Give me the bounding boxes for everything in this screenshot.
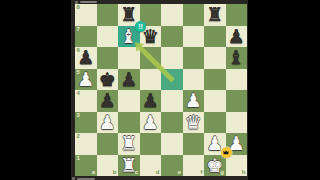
square-d3[interactable]: ♟ xyxy=(140,112,162,134)
square-f3[interactable]: ♛ xyxy=(183,112,205,134)
white-pawn[interactable]: ♟ xyxy=(75,69,97,91)
square-c6[interactable] xyxy=(118,47,140,69)
square-g3[interactable] xyxy=(204,112,226,134)
square-d2[interactable] xyxy=(140,133,162,155)
square-b1[interactable]: b xyxy=(97,155,119,177)
white-pawn[interactable]: ♟ xyxy=(97,112,119,134)
square-b5[interactable]: ♚ xyxy=(97,69,119,91)
square-h3[interactable] xyxy=(226,112,248,134)
crown-icon xyxy=(223,150,230,156)
file-label-a: a xyxy=(92,169,95,176)
square-e2[interactable] xyxy=(161,133,183,155)
square-b6[interactable] xyxy=(97,47,119,69)
bottom-player-bar[interactable] xyxy=(71,176,248,180)
black-bishop[interactable]: ♝ xyxy=(226,47,248,69)
square-e6[interactable] xyxy=(161,47,183,69)
square-a7[interactable]: 7 xyxy=(75,26,97,48)
rank-label-4: 4 xyxy=(77,90,80,97)
square-a6[interactable]: 6♟ xyxy=(75,47,97,69)
square-b3[interactable]: ♟ xyxy=(97,112,119,134)
rank-label-7: 7 xyxy=(77,26,80,33)
square-b7[interactable] xyxy=(97,26,119,48)
square-h5[interactable] xyxy=(226,69,248,91)
bottom-player-avatar[interactable] xyxy=(72,177,75,180)
square-a5[interactable]: 5♟ xyxy=(75,69,97,91)
square-d4[interactable]: ♟ xyxy=(140,90,162,112)
black-pawn[interactable]: ♟ xyxy=(75,47,97,69)
square-c2[interactable]: ♜ xyxy=(118,133,140,155)
square-c4[interactable] xyxy=(118,90,140,112)
square-e7[interactable] xyxy=(161,26,183,48)
square-e5[interactable] xyxy=(161,69,183,91)
square-f2[interactable] xyxy=(183,133,205,155)
square-e4[interactable] xyxy=(161,90,183,112)
square-f1[interactable]: f xyxy=(183,155,205,177)
white-rook[interactable]: ♜ xyxy=(118,133,140,155)
square-d6[interactable] xyxy=(140,47,162,69)
square-h4[interactable] xyxy=(226,90,248,112)
file-label-d: d xyxy=(156,169,160,176)
square-f6[interactable] xyxy=(183,47,205,69)
square-a2[interactable]: 2 xyxy=(75,133,97,155)
square-a4[interactable]: 4 xyxy=(75,90,97,112)
file-label-f: f xyxy=(201,169,203,176)
square-b4[interactable]: ♟ xyxy=(97,90,119,112)
square-f4[interactable]: ♟ xyxy=(183,90,205,112)
black-rook[interactable]: ♜ xyxy=(204,4,226,26)
file-label-b: b xyxy=(113,169,117,176)
black-king[interactable]: ♚ xyxy=(97,69,119,91)
square-a3[interactable]: 3 xyxy=(75,112,97,134)
square-g6[interactable] xyxy=(204,47,226,69)
square-g7[interactable] xyxy=(204,26,226,48)
bottom-player-name[interactable] xyxy=(77,178,95,180)
top-player-name[interactable] xyxy=(80,1,97,3)
square-d5[interactable] xyxy=(140,69,162,91)
square-h1[interactable]: h xyxy=(226,155,248,177)
square-g1[interactable]: g♚ xyxy=(204,155,226,177)
square-f8[interactable] xyxy=(183,4,205,26)
square-g8[interactable]: ♜ xyxy=(204,4,226,26)
winner-badge xyxy=(221,147,232,158)
file-label-e: e xyxy=(178,169,181,176)
file-label-h: h xyxy=(242,169,246,176)
square-c3[interactable] xyxy=(118,112,140,134)
white-rook[interactable]: ♜ xyxy=(118,155,140,177)
black-pawn[interactable]: ♟ xyxy=(226,26,248,48)
square-f5[interactable] xyxy=(183,69,205,91)
rank-label-2: 2 xyxy=(77,133,80,140)
black-pawn[interactable]: ♟ xyxy=(118,69,140,91)
square-a1[interactable]: 1a xyxy=(75,155,97,177)
black-pawn[interactable]: ♟ xyxy=(97,90,119,112)
rank-label-1: 1 xyxy=(77,155,80,162)
square-e8[interactable] xyxy=(161,4,183,26)
square-c1[interactable]: c♜ xyxy=(118,155,140,177)
square-a8[interactable]: 8 xyxy=(75,4,97,26)
square-b8[interactable] xyxy=(97,4,119,26)
square-c5[interactable]: ♟ xyxy=(118,69,140,91)
white-pawn[interactable]: ♟ xyxy=(183,90,205,112)
white-pawn[interactable]: ♟ xyxy=(140,112,162,134)
square-e3[interactable] xyxy=(161,112,183,134)
square-h7[interactable]: ♟ xyxy=(226,26,248,48)
brilliant-move-label: !! xyxy=(138,23,143,30)
square-b2[interactable] xyxy=(97,133,119,155)
square-g5[interactable] xyxy=(204,69,226,91)
square-f7[interactable] xyxy=(183,26,205,48)
square-h8[interactable] xyxy=(226,4,248,26)
black-pawn[interactable]: ♟ xyxy=(140,90,162,112)
square-g4[interactable] xyxy=(204,90,226,112)
white-king[interactable]: ♚ xyxy=(204,155,226,177)
white-queen[interactable]: ♛ xyxy=(183,112,205,134)
square-e1[interactable]: e xyxy=(161,155,183,177)
rank-label-3: 3 xyxy=(77,112,80,119)
square-h6[interactable]: ♝ xyxy=(226,47,248,69)
square-d1[interactable]: d xyxy=(140,155,162,177)
rank-label-8: 8 xyxy=(77,4,80,11)
screenshot-canvas: 8♜♜7♝♛♟6♟♝5♟♚♟4♟♟♟3♟♟♛2♜♟♟1abc♜defg♚h !! xyxy=(0,0,320,180)
